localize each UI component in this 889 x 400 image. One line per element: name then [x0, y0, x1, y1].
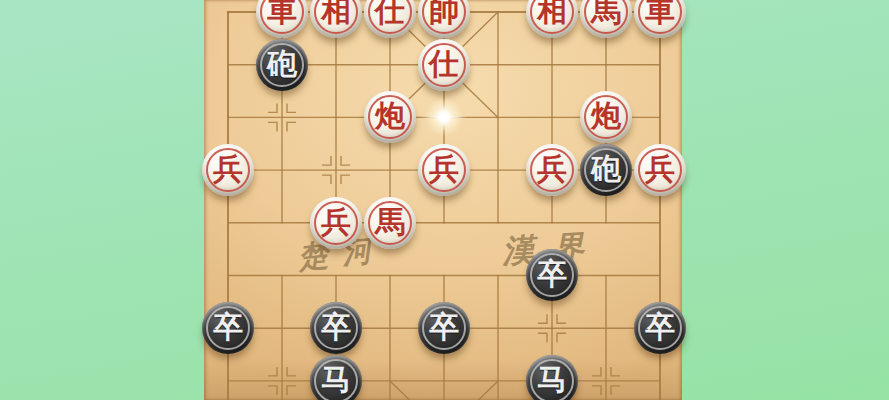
piece-red-cannon[interactable]: 炮: [580, 91, 632, 143]
piece-red-soldier[interactable]: 兵: [634, 144, 686, 196]
piece-label: 仕: [429, 49, 459, 79]
piece-label: 車: [645, 0, 675, 26]
piece-black-soldier[interactable]: 卒: [310, 302, 362, 354]
piece-black-horse[interactable]: 马: [526, 355, 578, 400]
piece-label: 马: [537, 365, 567, 395]
piece-black-soldier[interactable]: 卒: [418, 302, 470, 354]
piece-red-chariot[interactable]: 車: [256, 0, 308, 38]
piece-label: 相: [321, 0, 351, 26]
piece-label: 马: [321, 365, 351, 395]
piece-red-general[interactable]: 帥: [418, 0, 470, 38]
piece-label: 馬: [375, 207, 405, 237]
piece-red-soldier[interactable]: 兵: [418, 144, 470, 196]
piece-label: 兵: [321, 207, 351, 237]
piece-label: 兵: [429, 154, 459, 184]
piece-label: 卒: [429, 312, 459, 342]
piece-red-horse[interactable]: 馬: [364, 197, 416, 249]
piece-label: 帥: [429, 0, 459, 26]
piece-label: 車: [267, 0, 297, 26]
xiangqi-game-screen: 楚河 漢界 車相仕帥相馬車砲仕炮炮兵兵兵砲兵兵馬卒卒卒卒卒马马: [0, 0, 889, 400]
piece-black-soldier[interactable]: 卒: [202, 302, 254, 354]
piece-label: 砲: [267, 49, 297, 79]
piece-label: 兵: [645, 154, 675, 184]
piece-red-advisor[interactable]: 仕: [364, 0, 416, 38]
piece-black-cannon[interactable]: 砲: [256, 39, 308, 91]
piece-label: 兵: [213, 154, 243, 184]
piece-red-soldier[interactable]: 兵: [526, 144, 578, 196]
piece-red-soldier[interactable]: 兵: [202, 144, 254, 196]
piece-black-soldier[interactable]: 卒: [634, 302, 686, 354]
piece-red-advisor[interactable]: 仕: [418, 39, 470, 91]
piece-red-chariot[interactable]: 車: [634, 0, 686, 38]
piece-label: 馬: [591, 0, 621, 26]
piece-label: 仕: [375, 0, 405, 26]
piece-label: 相: [537, 0, 567, 26]
pieces-layer: 車相仕帥相馬車砲仕炮炮兵兵兵砲兵兵馬卒卒卒卒卒马马: [201, 0, 687, 400]
piece-red-soldier[interactable]: 兵: [310, 197, 362, 249]
piece-black-horse[interactable]: 马: [310, 355, 362, 400]
piece-label: 卒: [537, 259, 567, 289]
piece-label: 卒: [321, 312, 351, 342]
piece-red-cannon[interactable]: 炮: [364, 91, 416, 143]
piece-red-horse[interactable]: 馬: [580, 0, 632, 38]
piece-black-soldier[interactable]: 卒: [526, 249, 578, 301]
piece-red-elephant[interactable]: 相: [526, 0, 578, 38]
piece-red-elephant[interactable]: 相: [310, 0, 362, 38]
piece-black-cannon[interactable]: 砲: [580, 144, 632, 196]
piece-label: 卒: [645, 312, 675, 342]
piece-label: 炮: [375, 101, 405, 131]
piece-label: 兵: [537, 154, 567, 184]
piece-label: 砲: [591, 154, 621, 184]
piece-label: 卒: [213, 312, 243, 342]
piece-label: 炮: [591, 101, 621, 131]
